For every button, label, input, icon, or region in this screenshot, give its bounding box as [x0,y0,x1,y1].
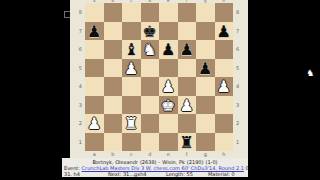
piece-white-rook[interactable]: ♜ [122,114,141,133]
square-a2[interactable]: ♟ [85,114,104,133]
piece-black-bishop[interactable]: ♝ [122,40,141,59]
piece-black-pawn[interactable]: ♟ [85,22,104,41]
file-label-b: b [104,151,123,158]
material-imbalance-tray: ♝ ♞ [303,60,318,78]
square-g2[interactable] [196,114,215,133]
square-d1[interactable] [141,133,160,152]
square-e4[interactable]: ♟ [159,77,178,96]
file-label-c: c [122,151,141,158]
length-label: Length: [166,171,185,177]
square-b6[interactable] [104,40,123,59]
square-b1[interactable] [104,133,123,152]
material-value: 0 [232,171,235,177]
rank-label-6: 6 [236,40,248,59]
square-a8[interactable] [85,3,104,22]
rank-label-8: 8 [70,3,82,22]
rank-label-1: 1 [236,133,248,152]
square-c2[interactable]: ♜ [122,114,141,133]
square-h5[interactable] [215,59,234,78]
square-f6[interactable]: ♟ [178,40,197,59]
material-white-knight-icon: ♞ [303,69,318,78]
game-info-panel: Bortnyk, Olexandr(2638)-Wisin, Pk(2190)(… [62,158,248,177]
square-a5[interactable] [85,59,104,78]
square-g3[interactable] [196,96,215,115]
piece-black-pawn[interactable]: ♟ [178,40,197,59]
rank-labels-right: 87654321 [234,3,248,151]
square-h7[interactable]: ♟ [215,22,234,41]
next-move: 31...gxh4 [123,171,147,177]
square-b7[interactable] [104,22,123,41]
square-f7[interactable] [178,22,197,41]
rank-label-5: 5 [236,59,248,78]
rank-labels-left: 87654321 [70,3,84,151]
square-c1[interactable] [122,133,141,152]
square-g7[interactable] [196,22,215,41]
square-b2[interactable] [104,114,123,133]
file-label-a: a [85,151,104,158]
square-c5[interactable]: ♟ [122,59,141,78]
square-g5[interactable]: ♟ [196,59,215,78]
material-label: Material: [208,171,230,177]
square-e1[interactable] [159,133,178,152]
square-f8[interactable] [178,3,197,22]
square-h8[interactable] [215,3,234,22]
rank-label-2: 2 [236,114,248,133]
square-d8[interactable] [141,3,160,22]
square-d4[interactable] [141,77,160,96]
square-h1[interactable] [215,133,234,152]
rank-label-6: 6 [70,40,82,59]
piece-black-pawn[interactable]: ♟ [196,59,215,78]
square-f5[interactable] [178,59,197,78]
file-label-e: e [159,151,178,158]
square-e6[interactable]: ♟ [159,40,178,59]
piece-black-king[interactable]: ♚ [141,22,160,41]
chess-app-window: 87654321 87654321 abcdefgh abcdefgh ♟♚♟♝… [0,0,320,180]
square-a4[interactable] [85,77,104,96]
piece-white-pawn[interactable]: ♟ [159,77,178,96]
file-labels-bottom: abcdefgh [85,151,233,158]
piece-white-knight[interactable]: ♞ [141,40,160,59]
square-c7[interactable] [122,22,141,41]
square-h4[interactable]: ♟ [215,77,234,96]
chess-board: ♟♚♟♝♞♟♟♟♟♟♟♚♟♟♜♜ [85,3,233,151]
square-d6[interactable]: ♞ [141,40,160,59]
square-c6[interactable]: ♝ [122,40,141,59]
file-label-d: d [141,151,160,158]
piece-white-pawn[interactable]: ♟ [178,96,197,115]
square-b8[interactable] [104,3,123,22]
square-e8[interactable] [159,3,178,22]
rank-label-1: 1 [70,133,82,152]
square-e2[interactable] [159,114,178,133]
rank-label-4: 4 [236,77,248,96]
square-b5[interactable] [104,59,123,78]
last-move: 31. h4 [64,171,80,177]
board-frame: 87654321 87654321 abcdefgh abcdefgh ♟♚♟♝… [70,0,248,158]
square-g8[interactable] [196,3,215,22]
piece-white-pawn[interactable]: ♟ [85,114,104,133]
square-e5[interactable] [159,59,178,78]
status-line: 31. h4Next: 31...gxh4Length: 55Material:… [64,171,248,177]
square-h6[interactable] [215,40,234,59]
square-f3[interactable]: ♟ [178,96,197,115]
piece-white-king[interactable]: ♚ [159,96,178,115]
rank-label-2: 2 [70,114,82,133]
file-label-h: h [215,151,234,158]
square-d5[interactable] [141,59,160,78]
next-label: Next: [108,171,121,177]
square-d7[interactable]: ♚ [141,22,160,41]
square-d3[interactable] [141,96,160,115]
square-g4[interactable] [196,77,215,96]
piece-black-rook[interactable]: ♜ [178,133,197,152]
square-f2[interactable] [178,114,197,133]
square-g1[interactable] [196,133,215,152]
square-h2[interactable] [215,114,234,133]
square-e3[interactable]: ♚ [159,96,178,115]
rank-label-8: 8 [236,3,248,22]
square-b3[interactable] [104,96,123,115]
rank-label-3: 3 [236,96,248,115]
piece-black-pawn[interactable]: ♟ [215,22,234,41]
square-d2[interactable] [141,114,160,133]
square-a3[interactable] [85,96,104,115]
square-c8[interactable] [122,3,141,22]
square-f4[interactable] [178,77,197,96]
piece-white-pawn[interactable]: ♟ [122,59,141,78]
square-f1[interactable]: ♜ [178,133,197,152]
file-label-g: g [196,151,215,158]
rank-label-5: 5 [70,59,82,78]
piece-white-pawn[interactable]: ♟ [215,77,234,96]
square-g6[interactable] [196,40,215,59]
rank-label-7: 7 [70,22,82,41]
square-c4[interactable] [122,77,141,96]
square-a7[interactable]: ♟ [85,22,104,41]
square-a6[interactable] [85,40,104,59]
rank-label-7: 7 [236,22,248,41]
square-b4[interactable] [104,77,123,96]
file-label-f: f [178,151,197,158]
rank-label-3: 3 [70,96,82,115]
length-value: 55 [187,171,193,177]
square-c3[interactable] [122,96,141,115]
square-a1[interactable] [85,133,104,152]
piece-black-pawn[interactable]: ♟ [159,40,178,59]
square-e7[interactable] [159,22,178,41]
rank-label-4: 4 [70,77,82,96]
square-h3[interactable] [215,96,234,115]
clock-value: 0:0 [246,165,248,171]
